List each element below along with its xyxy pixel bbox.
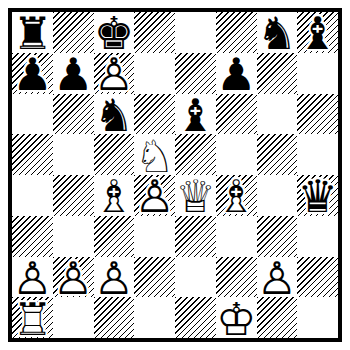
square-f4[interactable]: ♝♗ [216, 175, 257, 216]
square-h7[interactable] [297, 53, 338, 94]
piece-white-knight[interactable]: ♞♘ [134, 134, 175, 175]
square-c4[interactable]: ♝♗ [94, 175, 135, 216]
square-b8[interactable] [53, 12, 94, 53]
square-c6[interactable]: ♞♞ [94, 94, 135, 135]
black-knight-icon: ♞ [257, 12, 297, 53]
square-g3[interactable] [257, 216, 298, 257]
piece-white-pawn[interactable]: ♟♙ [12, 257, 53, 298]
white-queen-icon: ♕ [175, 175, 215, 216]
chess-board-frame: ♜♜♚♚♞♞♝♝♟♟♟♟♟♙♟♟♞♞♝♝♞♘♝♗♟♙♛♕♝♗♛♛♟♙♟♙♟♙♟♙… [8, 8, 342, 342]
square-a5[interactable] [12, 134, 53, 175]
black-pawn-icon: ♟ [12, 53, 52, 94]
piece-white-pawn[interactable]: ♟♙ [257, 257, 298, 298]
square-d4[interactable]: ♟♙ [134, 175, 175, 216]
chess-board: ♜♜♚♚♞♞♝♝♟♟♟♟♟♙♟♟♞♞♝♝♞♘♝♗♟♙♛♕♝♗♛♛♟♙♟♙♟♙♟♙… [12, 12, 338, 338]
square-b3[interactable] [53, 216, 94, 257]
piece-black-pawn[interactable]: ♟♟ [12, 53, 53, 94]
piece-black-queen[interactable]: ♛♛ [297, 175, 338, 216]
square-g5[interactable] [257, 134, 298, 175]
white-pawn-icon: ♙ [257, 257, 297, 298]
square-a3[interactable] [12, 216, 53, 257]
square-d5[interactable]: ♞♘ [134, 134, 175, 175]
square-c3[interactable] [94, 216, 135, 257]
square-f6[interactable] [216, 94, 257, 135]
square-b5[interactable] [53, 134, 94, 175]
square-g2[interactable]: ♟♙ [257, 257, 298, 298]
square-h6[interactable] [297, 94, 338, 135]
square-d3[interactable] [134, 216, 175, 257]
white-pawn-icon: ♙ [12, 257, 52, 298]
black-king-icon: ♚ [94, 12, 134, 53]
square-a1[interactable]: ♜♖ [12, 297, 53, 338]
square-b7[interactable]: ♟♟ [53, 53, 94, 94]
square-e7[interactable] [175, 53, 216, 94]
black-knight-icon: ♞ [94, 94, 134, 135]
piece-white-pawn[interactable]: ♟♙ [94, 257, 135, 298]
square-e3[interactable] [175, 216, 216, 257]
square-f8[interactable] [216, 12, 257, 53]
square-e2[interactable] [175, 257, 216, 298]
square-g4[interactable] [257, 175, 298, 216]
square-b6[interactable] [53, 94, 94, 135]
square-e8[interactable] [175, 12, 216, 53]
piece-black-knight[interactable]: ♞♞ [94, 94, 135, 135]
square-g8[interactable]: ♞♞ [257, 12, 298, 53]
square-f2[interactable] [216, 257, 257, 298]
square-a4[interactable] [12, 175, 53, 216]
piece-white-pawn[interactable]: ♟♙ [53, 257, 94, 298]
white-bishop-icon: ♗ [216, 175, 256, 216]
square-a7[interactable]: ♟♟ [12, 53, 53, 94]
square-a2[interactable]: ♟♙ [12, 257, 53, 298]
black-pawn-icon: ♟ [216, 53, 256, 94]
square-e4[interactable]: ♛♕ [175, 175, 216, 216]
white-pawn-icon: ♙ [53, 257, 93, 298]
piece-black-knight[interactable]: ♞♞ [257, 12, 298, 53]
piece-black-bishop[interactable]: ♝♝ [175, 94, 216, 135]
square-g7[interactable] [257, 53, 298, 94]
square-h3[interactable] [297, 216, 338, 257]
piece-white-king[interactable]: ♚♔ [216, 297, 257, 338]
white-pawn-icon: ♙ [94, 53, 134, 94]
square-d1[interactable] [134, 297, 175, 338]
square-h8[interactable]: ♝♝ [297, 12, 338, 53]
black-bishop-icon: ♝ [175, 94, 215, 135]
square-c5[interactable] [94, 134, 135, 175]
white-pawn-icon: ♙ [94, 257, 134, 298]
white-knight-icon: ♘ [134, 134, 174, 175]
square-f7[interactable]: ♟♟ [216, 53, 257, 94]
square-c2[interactable]: ♟♙ [94, 257, 135, 298]
white-pawn-icon: ♙ [134, 175, 174, 216]
square-c7[interactable]: ♟♙ [94, 53, 135, 94]
square-c8[interactable]: ♚♚ [94, 12, 135, 53]
white-rook-icon: ♖ [12, 297, 52, 338]
piece-white-pawn[interactable]: ♟♙ [134, 175, 175, 216]
piece-white-pawn[interactable]: ♟♙ [94, 53, 135, 94]
square-f1[interactable]: ♚♔ [216, 297, 257, 338]
piece-black-pawn[interactable]: ♟♟ [216, 53, 257, 94]
piece-white-bishop[interactable]: ♝♗ [216, 175, 257, 216]
piece-white-rook[interactable]: ♜♖ [12, 297, 53, 338]
square-g6[interactable] [257, 94, 298, 135]
piece-black-king[interactable]: ♚♚ [94, 12, 135, 53]
square-f3[interactable] [216, 216, 257, 257]
black-bishop-icon: ♝ [297, 12, 337, 53]
black-rook-icon: ♜ [12, 12, 52, 53]
square-d7[interactable] [134, 53, 175, 94]
square-c1[interactable] [94, 297, 135, 338]
piece-white-queen[interactable]: ♛♕ [175, 175, 216, 216]
piece-black-bishop[interactable]: ♝♝ [297, 12, 338, 53]
square-h1[interactable] [297, 297, 338, 338]
square-e6[interactable]: ♝♝ [175, 94, 216, 135]
black-pawn-icon: ♟ [53, 53, 93, 94]
square-h4[interactable]: ♛♛ [297, 175, 338, 216]
square-h2[interactable] [297, 257, 338, 298]
black-queen-icon: ♛ [297, 175, 337, 216]
piece-white-bishop[interactable]: ♝♗ [94, 175, 135, 216]
square-d6[interactable] [134, 94, 175, 135]
square-f5[interactable] [216, 134, 257, 175]
square-b4[interactable] [53, 175, 94, 216]
square-b2[interactable]: ♟♙ [53, 257, 94, 298]
white-bishop-icon: ♗ [94, 175, 134, 216]
square-e5[interactable] [175, 134, 216, 175]
square-a6[interactable] [12, 94, 53, 135]
square-a8[interactable]: ♜♜ [12, 12, 53, 53]
piece-black-pawn[interactable]: ♟♟ [53, 53, 94, 94]
square-h5[interactable] [297, 134, 338, 175]
square-b1[interactable] [53, 297, 94, 338]
piece-black-rook[interactable]: ♜♜ [12, 12, 53, 53]
square-d2[interactable] [134, 257, 175, 298]
square-e1[interactable] [175, 297, 216, 338]
white-king-icon: ♔ [216, 297, 256, 338]
square-g1[interactable] [257, 297, 298, 338]
square-d8[interactable] [134, 12, 175, 53]
